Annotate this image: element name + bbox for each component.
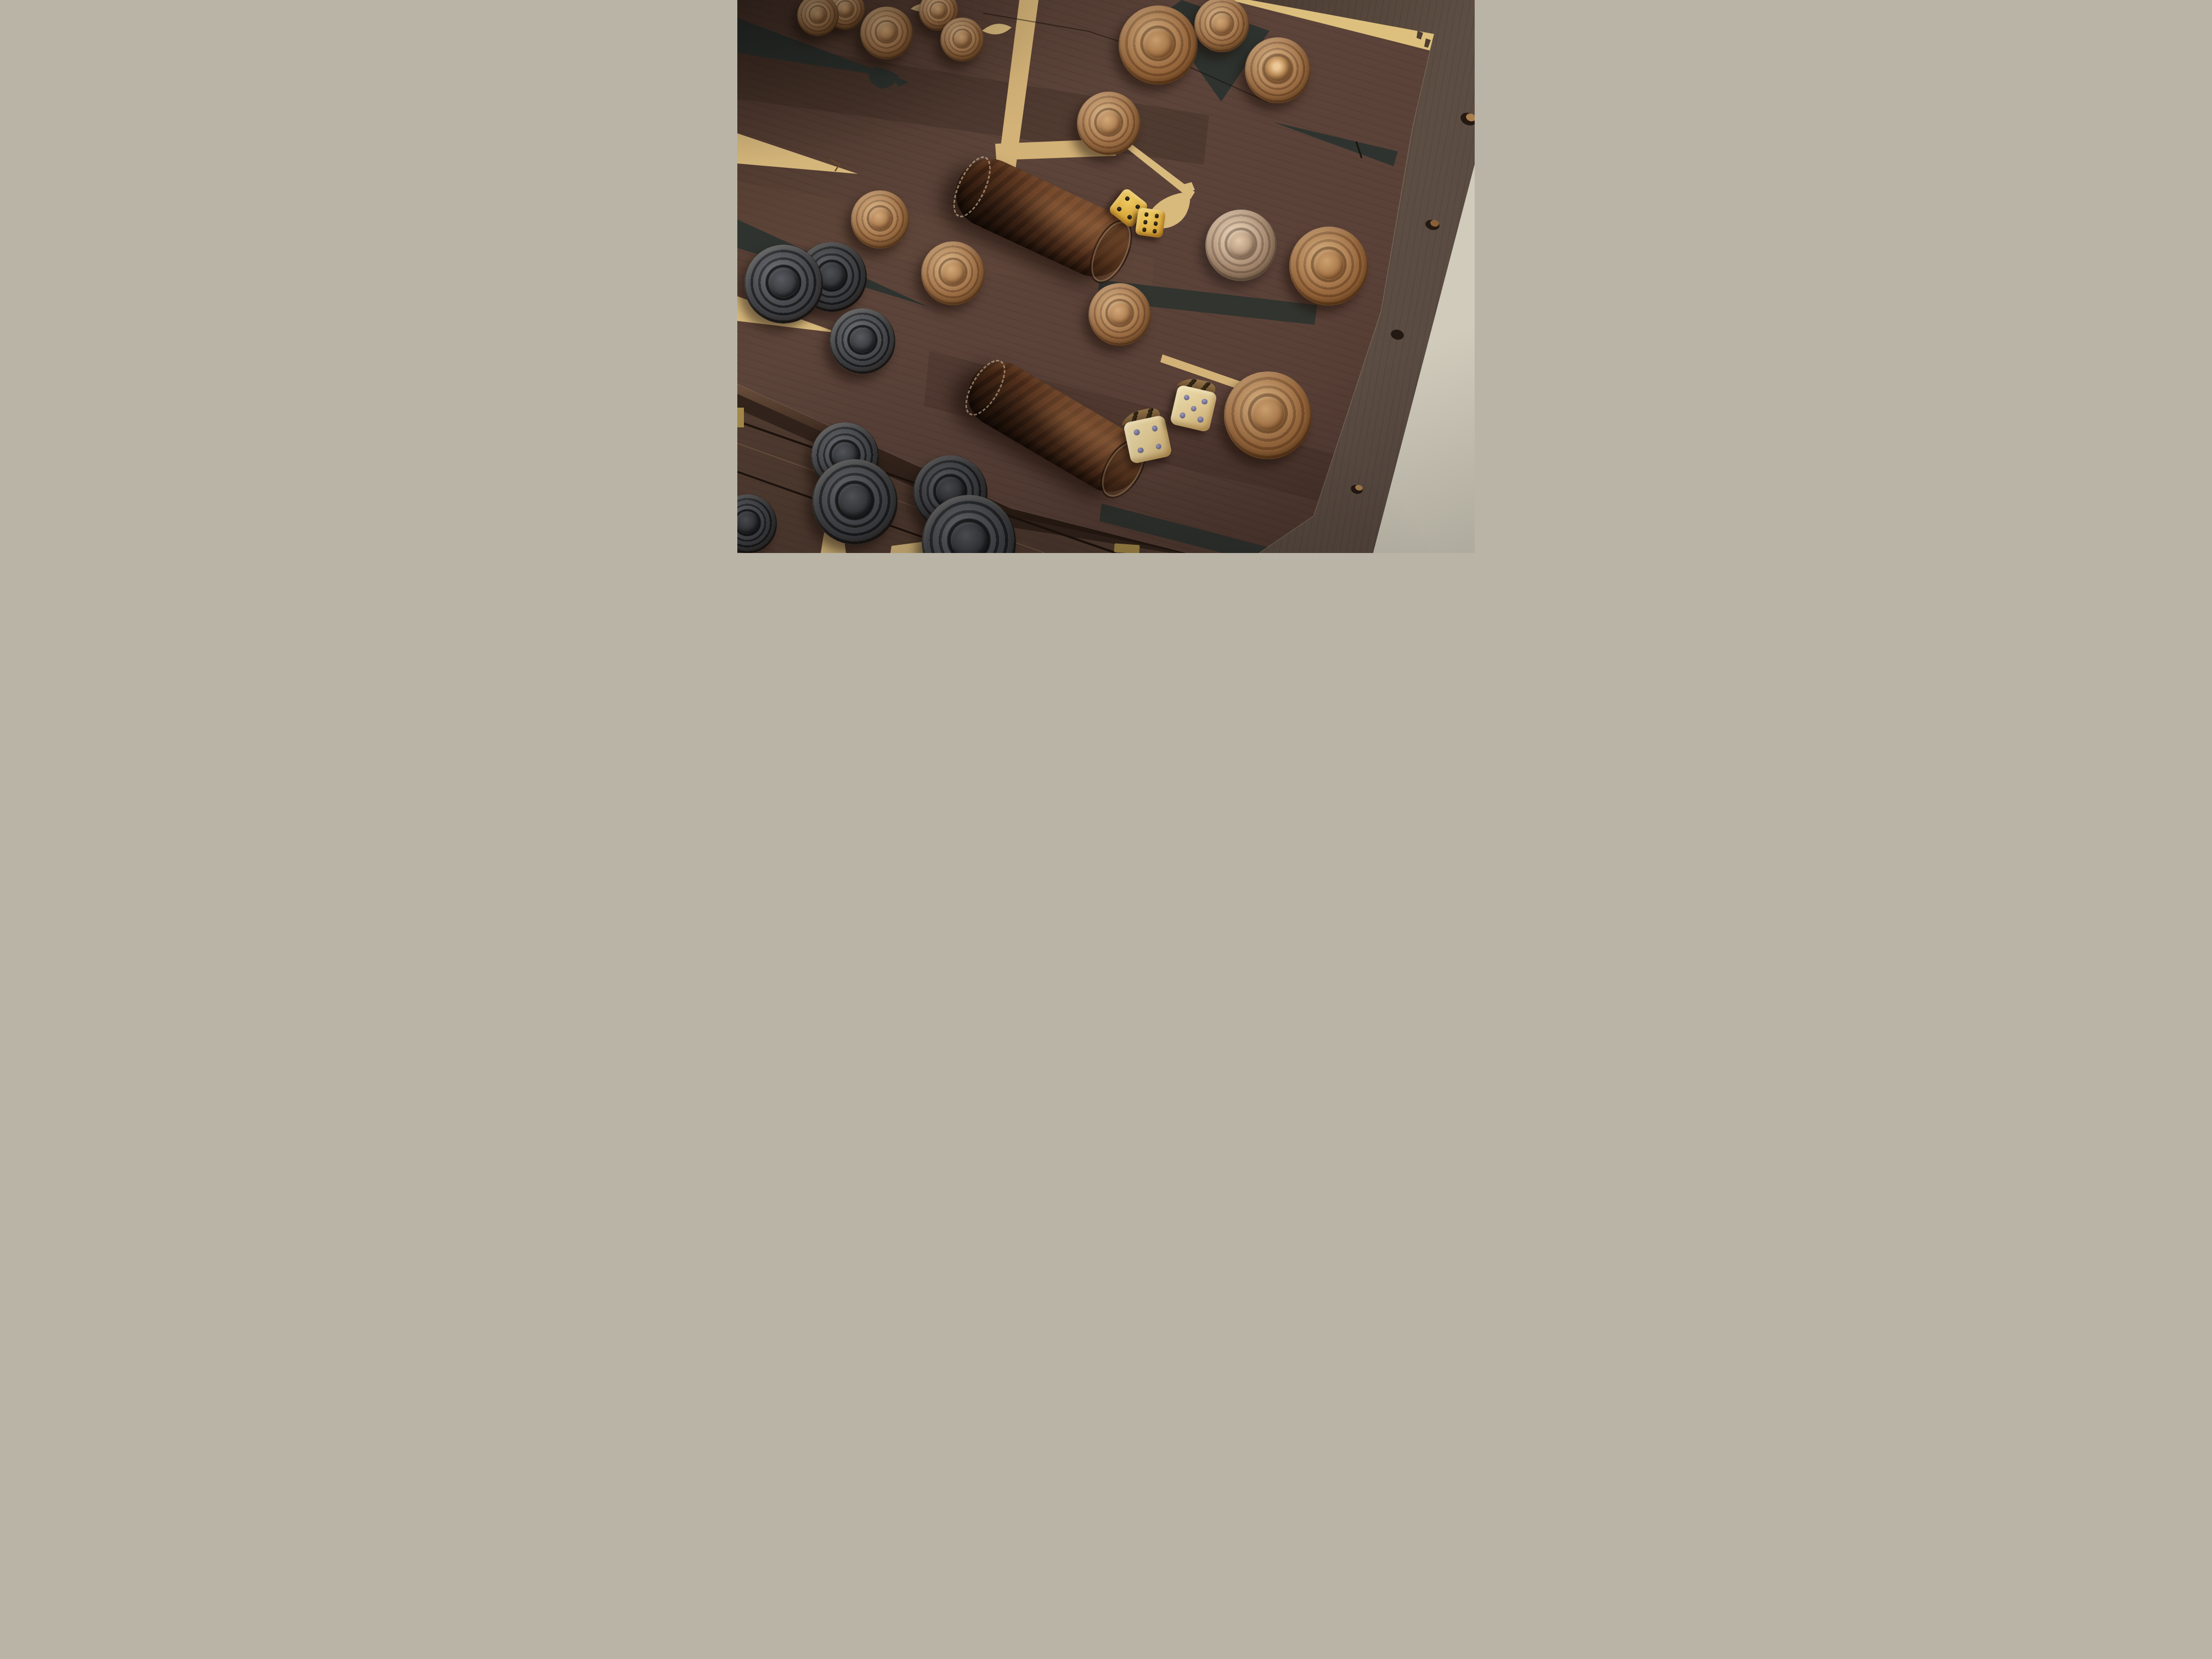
die-pip: [1152, 425, 1159, 432]
die-pip: [1133, 429, 1141, 436]
checker-dark[interactable]: [812, 459, 898, 545]
checker-light[interactable]: [1245, 37, 1311, 103]
die-pip: [1183, 394, 1189, 400]
die-pip: [1153, 221, 1158, 225]
die-top-face: [1123, 415, 1172, 464]
checker-light[interactable]: [1077, 92, 1141, 155]
pieces-layer: [737, 0, 1475, 553]
die-pip: [1179, 411, 1186, 418]
die-pip: [1142, 227, 1146, 232]
die-pip: [1143, 219, 1147, 224]
checker-light[interactable]: [851, 190, 909, 249]
checker-light[interactable]: [1194, 0, 1249, 52]
checker-light[interactable]: [1289, 227, 1368, 306]
die-pip: [1155, 443, 1163, 450]
checker-dark[interactable]: [737, 494, 777, 553]
die-top-face: [1135, 207, 1166, 238]
wood-die-1[interactable]: [1123, 415, 1172, 464]
checker-dark[interactable]: [744, 245, 823, 324]
die-pip: [1124, 196, 1130, 202]
checker-light[interactable]: [860, 7, 913, 59]
checker-light[interactable]: [940, 18, 984, 61]
checker-light[interactable]: [1088, 283, 1151, 346]
yellow-die-2[interactable]: [1135, 207, 1166, 238]
checker-light[interactable]: [1224, 371, 1312, 459]
die-pip: [1190, 405, 1197, 411]
die-pip: [1137, 447, 1144, 454]
die-top-face: [1169, 384, 1217, 432]
wood-die-2[interactable]: [1169, 384, 1217, 432]
checker-dark[interactable]: [830, 308, 895, 374]
die-pip: [1152, 229, 1156, 233]
checker-light[interactable]: [1205, 210, 1277, 281]
checker-light[interactable]: [921, 241, 985, 305]
die-pip: [1116, 206, 1122, 212]
die-pip: [1144, 212, 1148, 217]
backgammon-box-photo: [737, 0, 1475, 553]
die-pip: [1154, 213, 1159, 218]
die-pip: [1126, 214, 1132, 220]
checker-light[interactable]: [1119, 5, 1198, 84]
die-pip: [1197, 416, 1203, 422]
checker-light[interactable]: [797, 0, 839, 36]
die-pip: [1201, 398, 1207, 404]
